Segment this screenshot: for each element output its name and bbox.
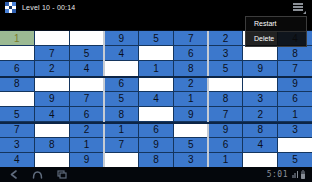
status-clock[interactable]: 5:01 — [267, 170, 288, 179]
block-separator-vertical — [207, 31, 209, 167]
cell-r9c8[interactable] — [243, 153, 277, 167]
cell-r7c8[interactable]: 8 — [243, 122, 277, 136]
cell-r8c9[interactable] — [278, 138, 312, 152]
cell-r6c2[interactable]: 4 — [35, 107, 69, 121]
cell-r3c9[interactable]: 7 — [278, 61, 312, 75]
app-title: Level 10 - 00:14 — [22, 0, 75, 15]
cell-r2c9[interactable]: 8 — [278, 46, 312, 60]
cell-r9c1[interactable]: 4 — [0, 153, 34, 167]
cell-r1c7[interactable]: 2 — [209, 31, 243, 45]
cell-r8c6[interactable]: 5 — [174, 138, 208, 152]
cell-r2c3[interactable]: 5 — [70, 46, 104, 60]
cell-r9c4[interactable] — [104, 153, 138, 167]
overflow-menu-button[interactable] — [291, 2, 305, 14]
cell-r4c7[interactable] — [209, 77, 243, 91]
cell-r5c8[interactable]: 3 — [243, 92, 277, 106]
cell-r4c3[interactable] — [70, 77, 104, 91]
cell-r7c4[interactable]: 1 — [104, 122, 138, 136]
system-bar: 5:01 — [0, 167, 312, 182]
cell-r1c6[interactable]: 7 — [174, 31, 208, 45]
back-button[interactable] — [7, 169, 19, 180]
cell-r3c1[interactable]: 6 — [0, 61, 34, 75]
cell-r8c8[interactable]: 4 — [243, 138, 277, 152]
cell-r7c7[interactable]: 9 — [209, 122, 243, 136]
cell-r3c4[interactable] — [104, 61, 138, 75]
cell-r9c7[interactable]: 1 — [209, 153, 243, 167]
cell-r8c1[interactable]: 3 — [0, 138, 34, 152]
back-icon — [9, 170, 18, 179]
cell-r9c9[interactable]: 5 — [278, 153, 312, 167]
options-menu: Restart Delete — [245, 16, 307, 47]
cell-r7c3[interactable]: 2 — [70, 122, 104, 136]
cell-r8c7[interactable]: 6 — [209, 138, 243, 152]
menu-item-restart[interactable]: Restart — [246, 17, 306, 31]
cell-r1c1[interactable]: 1 — [0, 31, 34, 45]
cell-r2c1[interactable] — [0, 46, 34, 60]
screen: Level 10 - 00:14 19572475463862418597862… — [0, 0, 312, 182]
cell-r4c6[interactable]: 2 — [174, 77, 208, 91]
app-icon-tile — [12, 9, 16, 13]
cell-r7c2[interactable] — [35, 122, 69, 136]
home-icon — [32, 170, 43, 179]
cell-r4c1[interactable]: 8 — [0, 77, 34, 91]
cell-r5c2[interactable]: 9 — [35, 92, 69, 106]
cell-r3c5[interactable]: 1 — [139, 61, 173, 75]
cell-r6c3[interactable]: 6 — [70, 107, 104, 121]
home-button[interactable] — [31, 169, 43, 180]
cell-r4c9[interactable]: 9 — [278, 77, 312, 91]
cell-r3c6[interactable]: 8 — [174, 61, 208, 75]
battery-icon[interactable] — [301, 171, 305, 179]
block-separator-vertical — [103, 31, 105, 167]
cell-r6c5[interactable] — [139, 107, 173, 121]
cell-r4c8[interactable] — [243, 77, 277, 91]
cell-r7c5[interactable]: 6 — [139, 122, 173, 136]
cell-r2c8[interactable] — [243, 46, 277, 60]
cell-r1c5[interactable]: 5 — [139, 31, 173, 45]
cell-r5c7[interactable]: 8 — [209, 92, 243, 106]
cell-r1c3[interactable] — [70, 31, 104, 45]
menu-item-delete[interactable]: Delete — [246, 32, 306, 46]
cell-r1c4[interactable]: 9 — [104, 31, 138, 45]
cell-r7c6[interactable] — [174, 122, 208, 136]
signal-icon[interactable] — [292, 171, 299, 179]
cell-r2c6[interactable]: 6 — [174, 46, 208, 60]
cell-r8c5[interactable]: 9 — [139, 138, 173, 152]
cell-r4c5[interactable] — [139, 77, 173, 91]
cell-r1c2[interactable] — [35, 31, 69, 45]
cell-r7c9[interactable]: 3 — [278, 122, 312, 136]
cell-r8c3[interactable]: 1 — [70, 138, 104, 152]
cell-r6c4[interactable]: 8 — [104, 107, 138, 121]
cell-r5c5[interactable]: 4 — [139, 92, 173, 106]
cell-r6c1[interactable]: 5 — [0, 107, 34, 121]
cell-r2c2[interactable]: 7 — [35, 46, 69, 60]
recents-icon — [57, 170, 67, 179]
cell-r9c3[interactable]: 9 — [70, 153, 104, 167]
cell-r4c2[interactable] — [35, 77, 69, 91]
cell-r5c3[interactable]: 7 — [70, 92, 104, 106]
cell-r2c4[interactable]: 4 — [104, 46, 138, 60]
cell-r8c4[interactable]: 7 — [104, 138, 138, 152]
cell-r3c8[interactable]: 9 — [243, 61, 277, 75]
recents-button[interactable] — [56, 169, 68, 180]
cell-r7c1[interactable]: 7 — [0, 122, 34, 136]
block-separator-horizontal — [0, 122, 312, 124]
cell-r2c7[interactable]: 3 — [209, 46, 243, 60]
overflow-menu-icon — [293, 3, 303, 12]
cell-r5c1[interactable] — [0, 92, 34, 106]
app-icon — [5, 2, 16, 13]
cell-r9c2[interactable] — [35, 153, 69, 167]
cell-r9c5[interactable]: 8 — [139, 153, 173, 167]
cell-r3c2[interactable]: 2 — [35, 61, 69, 75]
cell-r3c7[interactable]: 5 — [209, 61, 243, 75]
sudoku-board: 1957247546386241859786299754183654689721… — [0, 30, 312, 167]
cell-r6c8[interactable]: 2 — [243, 107, 277, 121]
cell-r5c6[interactable]: 1 — [174, 92, 208, 106]
cell-r2c5[interactable] — [139, 46, 173, 60]
cell-r8c2[interactable]: 8 — [35, 138, 69, 152]
cell-r3c3[interactable]: 4 — [70, 61, 104, 75]
cell-r5c4[interactable]: 5 — [104, 92, 138, 106]
cell-r6c9[interactable]: 1 — [278, 107, 312, 121]
cell-r5c9[interactable]: 6 — [278, 92, 312, 106]
cell-r6c6[interactable]: 9 — [174, 107, 208, 121]
cell-r4c4[interactable]: 6 — [104, 77, 138, 91]
cell-r6c7[interactable]: 7 — [209, 107, 243, 121]
cell-r9c6[interactable]: 3 — [174, 153, 208, 167]
block-separator-horizontal — [0, 76, 312, 78]
